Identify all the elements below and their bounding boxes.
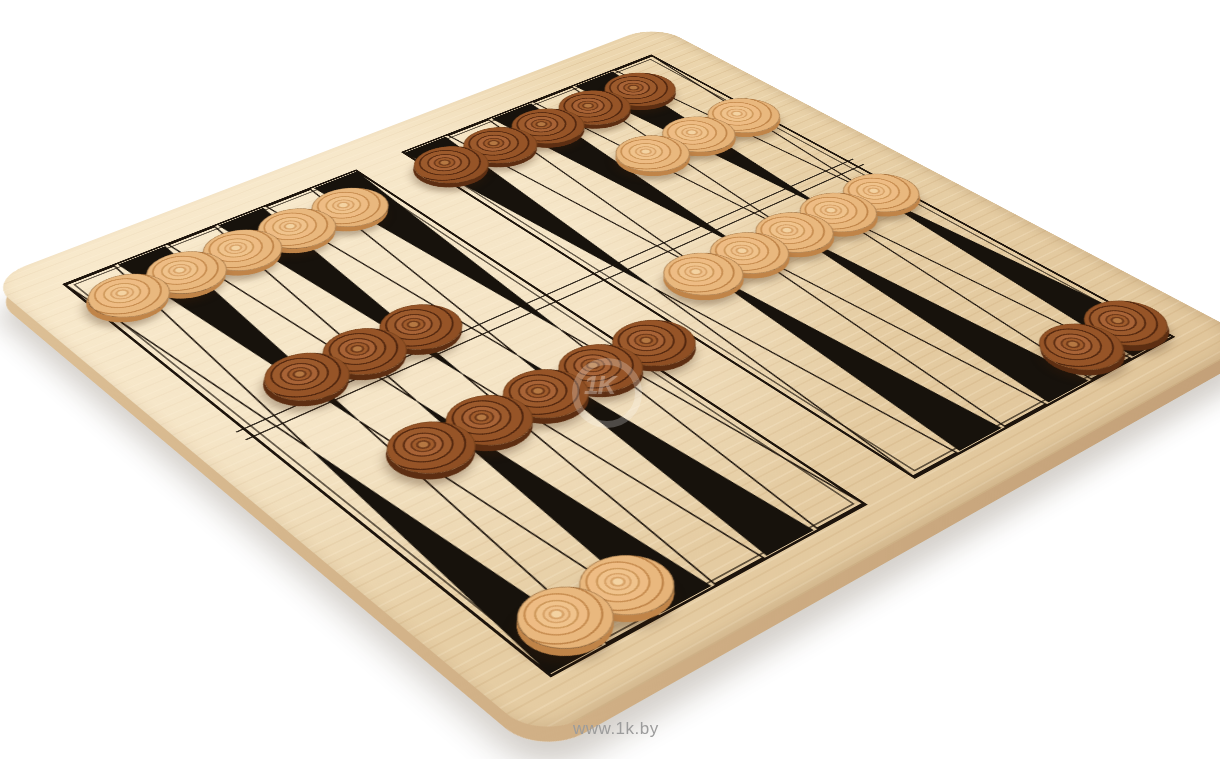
point-dark: [280, 434, 602, 674]
checker-dark: [369, 411, 493, 484]
point-dark: [388, 387, 711, 613]
board-top-surface: [0, 25, 1220, 742]
site-watermark: www.1k.by: [573, 719, 659, 739]
checker-dark: [306, 319, 424, 385]
checker-dark: [485, 360, 606, 429]
checker-dark: [428, 385, 551, 456]
checker-light: [497, 574, 633, 662]
checker-light: [560, 543, 694, 628]
point-dark: [490, 342, 814, 556]
checker-dark: [541, 335, 660, 402]
checker-dark: [1022, 314, 1142, 379]
point-light: [335, 410, 658, 643]
perspective-wrapper: [0, 0, 1220, 759]
point-light: [539, 320, 863, 528]
point-light: [440, 364, 764, 584]
backgammon-board: [0, 25, 1220, 742]
photo-canvas: 1K www.1k.by: [0, 0, 1220, 759]
checker-dark: [595, 311, 713, 376]
checker-dark: [248, 343, 367, 411]
